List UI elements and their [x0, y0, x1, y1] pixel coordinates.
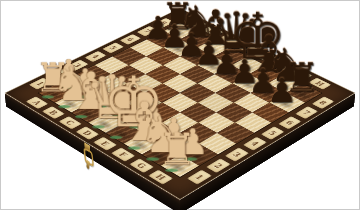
black-pawn-icon: ♟	[267, 74, 292, 108]
photo-canvas: ABCDEFGH ABCDEFGH 87654321 87654321 ♜♞♝♛…	[0, 0, 360, 210]
clasp-hook-icon	[86, 160, 90, 170]
board-top-surface: ABCDEFGH ABCDEFGH 87654321 87654321 ♜♞♝♛…	[5, 8, 356, 200]
pieces-layer: ♜♞♝♛♚♝♞♜♟♟♟♟♟♟♟♟♟♟♟♟♟♟♟♟♜♞♝♛♚♝♞♜	[39, 23, 322, 177]
chess-set-scene: ABCDEFGH ABCDEFGH 87654321 87654321 ♜♞♝♛…	[0, 0, 360, 210]
white-rook-icon: ♜	[157, 127, 184, 171]
brass-clasp[interactable]	[82, 141, 93, 174]
